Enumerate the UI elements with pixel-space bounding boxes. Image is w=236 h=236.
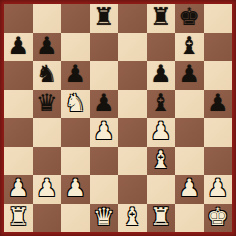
square-g8[interactable]: ♚ xyxy=(175,4,204,33)
square-h6[interactable] xyxy=(204,61,233,90)
square-c3[interactable] xyxy=(61,147,90,176)
square-e2[interactable] xyxy=(118,175,147,204)
square-e6[interactable] xyxy=(118,61,147,90)
square-c4[interactable] xyxy=(61,118,90,147)
square-e4[interactable] xyxy=(118,118,147,147)
square-e1[interactable]: ♝ xyxy=(118,204,147,233)
square-c8[interactable] xyxy=(61,4,90,33)
square-h7[interactable] xyxy=(204,33,233,62)
square-d1[interactable]: ♛ xyxy=(90,204,119,233)
square-b3[interactable] xyxy=(33,147,62,176)
chess-board-frame: ♜♜♚♟♟♝♞♟♟♟♛♞♟♝♟♟♟♝♟♟♟♟♟♜♛♝♜♚ xyxy=(0,0,236,236)
square-d6[interactable] xyxy=(90,61,119,90)
square-g6[interactable]: ♟ xyxy=(175,61,204,90)
white-king[interactable]: ♚ xyxy=(207,205,229,229)
white-bishop[interactable]: ♝ xyxy=(150,148,172,172)
black-bishop[interactable]: ♝ xyxy=(178,34,200,58)
square-g5[interactable] xyxy=(175,90,204,119)
square-b4[interactable] xyxy=(33,118,62,147)
square-f4[interactable]: ♟ xyxy=(147,118,176,147)
white-bishop[interactable]: ♝ xyxy=(121,205,143,229)
white-pawn[interactable]: ♟ xyxy=(150,119,172,143)
white-knight[interactable]: ♞ xyxy=(64,91,86,115)
white-pawn[interactable]: ♟ xyxy=(178,176,200,200)
square-d5[interactable]: ♟ xyxy=(90,90,119,119)
black-pawn[interactable]: ♟ xyxy=(207,91,229,115)
square-f6[interactable]: ♟ xyxy=(147,61,176,90)
white-pawn[interactable]: ♟ xyxy=(93,119,115,143)
square-g3[interactable] xyxy=(175,147,204,176)
black-queen[interactable]: ♛ xyxy=(36,91,58,115)
white-pawn[interactable]: ♟ xyxy=(36,176,58,200)
square-h1[interactable]: ♚ xyxy=(204,204,233,233)
white-pawn[interactable]: ♟ xyxy=(207,176,229,200)
black-bishop[interactable]: ♝ xyxy=(150,91,172,115)
square-f7[interactable] xyxy=(147,33,176,62)
white-pawn[interactable]: ♟ xyxy=(64,176,86,200)
square-e5[interactable] xyxy=(118,90,147,119)
black-rook[interactable]: ♜ xyxy=(93,5,115,29)
square-e7[interactable] xyxy=(118,33,147,62)
square-c7[interactable] xyxy=(61,33,90,62)
square-d2[interactable] xyxy=(90,175,119,204)
square-d8[interactable]: ♜ xyxy=(90,4,119,33)
square-b1[interactable] xyxy=(33,204,62,233)
square-c6[interactable]: ♟ xyxy=(61,61,90,90)
square-b5[interactable]: ♛ xyxy=(33,90,62,119)
square-b7[interactable]: ♟ xyxy=(33,33,62,62)
square-d7[interactable] xyxy=(90,33,119,62)
square-h8[interactable] xyxy=(204,4,233,33)
square-h4[interactable] xyxy=(204,118,233,147)
black-rook[interactable]: ♜ xyxy=(150,5,172,29)
square-f2[interactable] xyxy=(147,175,176,204)
square-a2[interactable]: ♟ xyxy=(4,175,33,204)
black-pawn[interactable]: ♟ xyxy=(64,62,86,86)
square-a7[interactable]: ♟ xyxy=(4,33,33,62)
square-h5[interactable]: ♟ xyxy=(204,90,233,119)
square-c2[interactable]: ♟ xyxy=(61,175,90,204)
white-pawn[interactable]: ♟ xyxy=(7,176,29,200)
white-queen[interactable]: ♛ xyxy=(93,205,115,229)
black-pawn[interactable]: ♟ xyxy=(7,34,29,58)
black-king[interactable]: ♚ xyxy=(178,5,200,29)
black-knight[interactable]: ♞ xyxy=(36,62,58,86)
square-g1[interactable] xyxy=(175,204,204,233)
square-c1[interactable] xyxy=(61,204,90,233)
square-d3[interactable] xyxy=(90,147,119,176)
square-b2[interactable]: ♟ xyxy=(33,175,62,204)
black-pawn[interactable]: ♟ xyxy=(178,62,200,86)
square-a4[interactable] xyxy=(4,118,33,147)
chess-board: ♜♜♚♟♟♝♞♟♟♟♛♞♟♝♟♟♟♝♟♟♟♟♟♜♛♝♜♚ xyxy=(4,4,232,232)
square-b8[interactable] xyxy=(33,4,62,33)
square-a5[interactable] xyxy=(4,90,33,119)
square-h3[interactable] xyxy=(204,147,233,176)
square-f1[interactable]: ♜ xyxy=(147,204,176,233)
square-f5[interactable]: ♝ xyxy=(147,90,176,119)
square-e8[interactable] xyxy=(118,4,147,33)
black-pawn[interactable]: ♟ xyxy=(36,34,58,58)
square-a1[interactable]: ♜ xyxy=(4,204,33,233)
square-c5[interactable]: ♞ xyxy=(61,90,90,119)
black-pawn[interactable]: ♟ xyxy=(150,62,172,86)
square-f3[interactable]: ♝ xyxy=(147,147,176,176)
square-a6[interactable] xyxy=(4,61,33,90)
square-b6[interactable]: ♞ xyxy=(33,61,62,90)
square-h2[interactable]: ♟ xyxy=(204,175,233,204)
square-e3[interactable] xyxy=(118,147,147,176)
white-rook[interactable]: ♜ xyxy=(7,205,29,229)
black-pawn[interactable]: ♟ xyxy=(93,91,115,115)
square-d4[interactable]: ♟ xyxy=(90,118,119,147)
square-a3[interactable] xyxy=(4,147,33,176)
square-g7[interactable]: ♝ xyxy=(175,33,204,62)
white-rook[interactable]: ♜ xyxy=(150,205,172,229)
square-f8[interactable]: ♜ xyxy=(147,4,176,33)
square-g2[interactable]: ♟ xyxy=(175,175,204,204)
square-g4[interactable] xyxy=(175,118,204,147)
square-a8[interactable] xyxy=(4,4,33,33)
